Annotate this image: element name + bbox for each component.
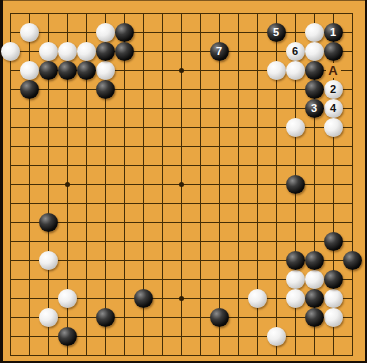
stone-white-C17: [39, 42, 58, 61]
stone-black-S18: 1: [324, 23, 343, 42]
stone-black-R6: [305, 251, 324, 270]
point-label-A: A: [326, 63, 341, 78]
go-board[interactable]: 6245173A: [0, 0, 367, 363]
stone-black-F3: [96, 308, 115, 327]
stone-black-D16: [58, 61, 77, 80]
stone-black-Q6: [286, 251, 305, 270]
grid-line-horizontal: [10, 241, 353, 242]
stone-black-C16: [39, 61, 58, 80]
stone-white-Q16: [286, 61, 305, 80]
stone-black-M17: 7: [210, 42, 229, 61]
stone-white-S15: 2: [324, 80, 343, 99]
stone-black-R15: [305, 80, 324, 99]
stone-white-E17: [77, 42, 96, 61]
move-number: 4: [330, 103, 336, 114]
stone-white-F18: [96, 23, 115, 42]
stone-white-Q4: [286, 289, 305, 308]
grid-line-vertical: [200, 13, 201, 356]
stone-black-R3: [305, 308, 324, 327]
stone-black-R4: [305, 289, 324, 308]
stone-black-D2: [58, 327, 77, 346]
stone-black-R16: [305, 61, 324, 80]
grid-line-horizontal: [10, 317, 353, 318]
stone-white-B18: [20, 23, 39, 42]
stone-black-E16: [77, 61, 96, 80]
stone-black-F17: [96, 42, 115, 61]
star-point: [179, 296, 184, 301]
stone-white-R17: [305, 42, 324, 61]
stone-white-S14: 4: [324, 99, 343, 118]
board-edge-top: [0, 0, 367, 1]
stone-white-F16: [96, 61, 115, 80]
move-number: 3: [311, 103, 317, 114]
stone-black-M3: [210, 308, 229, 327]
stone-black-G17: [115, 42, 134, 61]
stone-white-A17: [1, 42, 20, 61]
grid-line-horizontal: [10, 203, 353, 204]
stone-white-B16: [20, 61, 39, 80]
stone-black-S5: [324, 270, 343, 289]
grid-line-horizontal: [10, 355, 353, 356]
move-number: 1: [330, 27, 336, 38]
stone-black-G18: [115, 23, 134, 42]
stone-white-Q13: [286, 118, 305, 137]
stone-black-Q10: [286, 175, 305, 194]
stone-black-S7: [324, 232, 343, 251]
stone-white-C6: [39, 251, 58, 270]
star-point: [65, 182, 70, 187]
stone-white-D17: [58, 42, 77, 61]
grid-line-vertical: [352, 13, 353, 356]
stone-black-S17: [324, 42, 343, 61]
grid-line-vertical: [219, 13, 220, 356]
stone-white-N4: [248, 289, 267, 308]
move-number: 5: [273, 27, 279, 38]
move-number: 7: [216, 46, 222, 57]
stone-black-H4: [134, 289, 153, 308]
stone-white-D4: [58, 289, 77, 308]
stone-white-R5: [305, 270, 324, 289]
stone-white-S13: [324, 118, 343, 137]
stone-white-P2: [267, 327, 286, 346]
move-number: 6: [292, 46, 298, 57]
stone-white-S4: [324, 289, 343, 308]
stone-white-Q17: 6: [286, 42, 305, 61]
stone-black-F15: [96, 80, 115, 99]
grid-line-vertical: [238, 13, 239, 356]
stone-white-Q5: [286, 270, 305, 289]
star-point: [179, 182, 184, 187]
stone-black-R14: 3: [305, 99, 324, 118]
stone-black-P18: 5: [267, 23, 286, 42]
move-number: 2: [330, 84, 336, 95]
stone-white-P16: [267, 61, 286, 80]
stone-black-B15: [20, 80, 39, 99]
stone-black-C8: [39, 213, 58, 232]
stone-white-R18: [305, 23, 324, 42]
grid-line-horizontal: [10, 222, 353, 223]
stone-white-C3: [39, 308, 58, 327]
stone-white-S3: [324, 308, 343, 327]
star-point: [179, 68, 184, 73]
stone-black-T6: [343, 251, 362, 270]
